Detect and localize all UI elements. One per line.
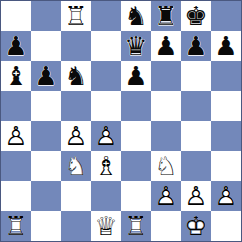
black-pawn-icon: ♟ xyxy=(181,31,211,61)
piece-black-queen[interactable]: ♛ xyxy=(121,31,151,61)
square-h3[interactable] xyxy=(211,151,241,181)
square-f6[interactable] xyxy=(151,61,181,91)
square-b1[interactable] xyxy=(31,211,61,241)
black-pawn-icon: ♟ xyxy=(121,61,151,91)
piece-white-rook[interactable]: ♜♖ xyxy=(121,211,151,241)
square-g2[interactable]: ♟♙ xyxy=(181,181,211,211)
square-a7[interactable]: ♟ xyxy=(1,31,31,61)
square-d5[interactable] xyxy=(91,91,121,121)
square-e8[interactable]: ♞ xyxy=(121,1,151,31)
piece-white-bishop[interactable]: ♝♗ xyxy=(91,151,121,181)
square-g8[interactable]: ♚ xyxy=(181,1,211,31)
square-g1[interactable]: ♚♔ xyxy=(181,211,211,241)
square-b8[interactable] xyxy=(31,1,61,31)
square-e1[interactable]: ♜♖ xyxy=(121,211,151,241)
square-f1[interactable] xyxy=(151,211,181,241)
square-d2[interactable] xyxy=(91,181,121,211)
piece-black-pawn[interactable]: ♟ xyxy=(181,31,211,61)
square-g3[interactable] xyxy=(181,151,211,181)
square-h5[interactable] xyxy=(211,91,241,121)
black-knight-icon: ♞ xyxy=(61,61,91,91)
square-b3[interactable] xyxy=(31,151,61,181)
white-pawn-outline-icon: ♙ xyxy=(61,121,91,151)
square-a2[interactable] xyxy=(1,181,31,211)
square-a5[interactable] xyxy=(1,91,31,121)
square-h2[interactable]: ♟♙ xyxy=(211,181,241,211)
square-a1[interactable]: ♜♖ xyxy=(1,211,31,241)
square-d7[interactable] xyxy=(91,31,121,61)
piece-black-knight[interactable]: ♞ xyxy=(61,61,91,91)
square-e5[interactable] xyxy=(121,91,151,121)
square-e3[interactable] xyxy=(121,151,151,181)
white-pawn-outline-icon: ♙ xyxy=(1,121,31,151)
piece-black-bishop[interactable]: ♝ xyxy=(1,61,31,91)
square-c3[interactable]: ♞♘ xyxy=(61,151,91,181)
black-knight-icon: ♞ xyxy=(121,1,151,31)
square-b5[interactable] xyxy=(31,91,61,121)
piece-black-pawn[interactable]: ♟ xyxy=(1,31,31,61)
white-queen-outline-icon: ♕ xyxy=(91,211,121,241)
square-a6[interactable]: ♝ xyxy=(1,61,31,91)
square-f4[interactable] xyxy=(151,121,181,151)
square-e2[interactable] xyxy=(121,181,151,211)
piece-black-pawn[interactable]: ♟ xyxy=(211,31,241,61)
piece-white-knight[interactable]: ♞♘ xyxy=(151,151,181,181)
piece-white-queen[interactable]: ♛♕ xyxy=(91,211,121,241)
white-rook-outline-icon: ♖ xyxy=(121,211,151,241)
square-h4[interactable] xyxy=(211,121,241,151)
piece-white-pawn[interactable]: ♟♙ xyxy=(91,121,121,151)
chess-board: ♜♖♞♜♚♟♛♟♟♟♝♟♞♟♟♙♟♙♟♙♞♘♝♗♞♘♟♙♟♙♟♙♜♖♛♕♜♖♚♔ xyxy=(0,0,242,242)
piece-black-king[interactable]: ♚ xyxy=(181,1,211,31)
piece-black-pawn[interactable]: ♟ xyxy=(151,31,181,61)
piece-white-rook[interactable]: ♜♖ xyxy=(1,211,31,241)
white-king-outline-icon: ♔ xyxy=(181,211,211,241)
square-c8[interactable]: ♜♖ xyxy=(61,1,91,31)
white-rook-outline-icon: ♖ xyxy=(1,211,31,241)
white-pawn-outline-icon: ♙ xyxy=(181,181,211,211)
black-queen-icon: ♛ xyxy=(121,31,151,61)
square-h7[interactable]: ♟ xyxy=(211,31,241,61)
square-h1[interactable] xyxy=(211,211,241,241)
white-knight-outline-icon: ♘ xyxy=(61,151,91,181)
white-knight-outline-icon: ♘ xyxy=(151,151,181,181)
black-pawn-icon: ♟ xyxy=(31,61,61,91)
square-a3[interactable] xyxy=(1,151,31,181)
square-b7[interactable] xyxy=(31,31,61,61)
square-d1[interactable]: ♛♕ xyxy=(91,211,121,241)
square-d4[interactable]: ♟♙ xyxy=(91,121,121,151)
square-d6[interactable] xyxy=(91,61,121,91)
piece-white-pawn[interactable]: ♟♙ xyxy=(61,121,91,151)
square-g7[interactable]: ♟ xyxy=(181,31,211,61)
piece-black-knight[interactable]: ♞ xyxy=(121,1,151,31)
square-b2[interactable] xyxy=(31,181,61,211)
piece-black-rook[interactable]: ♜ xyxy=(151,1,181,31)
square-h8[interactable] xyxy=(211,1,241,31)
square-h6[interactable] xyxy=(211,61,241,91)
square-e4[interactable] xyxy=(121,121,151,151)
piece-black-pawn[interactable]: ♟ xyxy=(31,61,61,91)
square-c7[interactable] xyxy=(61,31,91,61)
piece-white-rook[interactable]: ♜♖ xyxy=(61,1,91,31)
black-pawn-icon: ♟ xyxy=(151,31,181,61)
square-e6[interactable]: ♟ xyxy=(121,61,151,91)
white-bishop-outline-icon: ♗ xyxy=(91,151,121,181)
square-d8[interactable] xyxy=(91,1,121,31)
square-f5[interactable] xyxy=(151,91,181,121)
black-pawn-icon: ♟ xyxy=(1,31,31,61)
piece-white-king[interactable]: ♚♔ xyxy=(181,211,211,241)
white-rook-outline-icon: ♖ xyxy=(61,1,91,31)
square-c4[interactable]: ♟♙ xyxy=(61,121,91,151)
black-rook-icon: ♜ xyxy=(151,1,181,31)
black-bishop-icon: ♝ xyxy=(1,61,31,91)
square-a4[interactable]: ♟♙ xyxy=(1,121,31,151)
piece-black-pawn[interactable]: ♟ xyxy=(121,61,151,91)
white-pawn-outline-icon: ♙ xyxy=(211,181,241,211)
black-king-icon: ♚ xyxy=(181,1,211,31)
piece-white-pawn[interactable]: ♟♙ xyxy=(181,181,211,211)
square-g6[interactable] xyxy=(181,61,211,91)
chess-diagram: ♜♖♞♜♚♟♛♟♟♟♝♟♞♟♟♙♟♙♟♙♞♘♝♗♞♘♟♙♟♙♟♙♜♖♛♕♜♖♚♔ xyxy=(0,0,242,242)
square-e7[interactable]: ♛ xyxy=(121,31,151,61)
square-g4[interactable] xyxy=(181,121,211,151)
white-pawn-outline-icon: ♙ xyxy=(91,121,121,151)
square-c5[interactable] xyxy=(61,91,91,121)
square-c2[interactable] xyxy=(61,181,91,211)
square-f2[interactable]: ♟♙ xyxy=(151,181,181,211)
square-c6[interactable]: ♞ xyxy=(61,61,91,91)
square-b4[interactable] xyxy=(31,121,61,151)
piece-white-pawn[interactable]: ♟♙ xyxy=(211,181,241,211)
square-c1[interactable] xyxy=(61,211,91,241)
square-f7[interactable]: ♟ xyxy=(151,31,181,61)
piece-white-knight[interactable]: ♞♘ xyxy=(61,151,91,181)
square-f8[interactable]: ♜ xyxy=(151,1,181,31)
square-d3[interactable]: ♝♗ xyxy=(91,151,121,181)
square-g5[interactable] xyxy=(181,91,211,121)
black-pawn-icon: ♟ xyxy=(211,31,241,61)
square-a8[interactable] xyxy=(1,1,31,31)
piece-white-pawn[interactable]: ♟♙ xyxy=(151,181,181,211)
square-f3[interactable]: ♞♘ xyxy=(151,151,181,181)
white-pawn-outline-icon: ♙ xyxy=(151,181,181,211)
square-b6[interactable]: ♟ xyxy=(31,61,61,91)
piece-white-pawn[interactable]: ♟♙ xyxy=(1,121,31,151)
